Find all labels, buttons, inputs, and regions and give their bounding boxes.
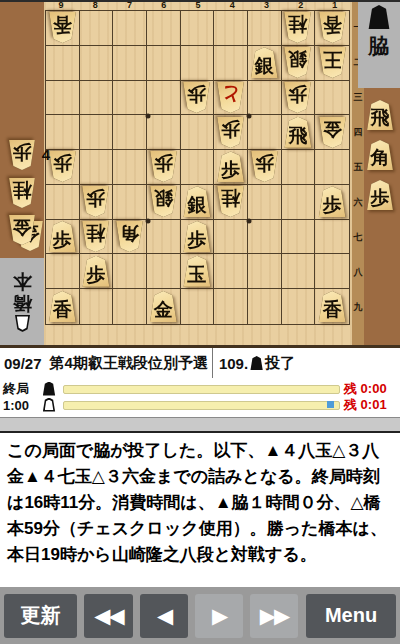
- first-move-button-label: ◀◀: [94, 604, 122, 628]
- prev-move-button[interactable]: ◀: [140, 594, 188, 638]
- square-4g[interactable]: [214, 220, 248, 255]
- square-9g[interactable]: 歩: [46, 220, 80, 255]
- square-8g[interactable]: 桂: [80, 220, 114, 255]
- gote-name-char1: 橋: [13, 293, 32, 313]
- square-3c[interactable]: [248, 81, 282, 116]
- square-8d[interactable]: [80, 115, 114, 150]
- square-6b[interactable]: [147, 46, 181, 81]
- square-6d[interactable]: [147, 115, 181, 150]
- square-8h[interactable]: 歩: [80, 254, 114, 289]
- sente-name: 脇: [369, 32, 390, 60]
- sente-komadai: 脇 飛角歩: [364, 0, 400, 345]
- square-3f[interactable]: [248, 185, 282, 220]
- square-9f[interactable]: [46, 185, 80, 220]
- gote-nameplate: 橋 本: [0, 258, 44, 345]
- sente-piece-飛[interactable]: 飛: [283, 117, 312, 148]
- sente-piece-歩[interactable]: 歩: [318, 186, 347, 217]
- sente-piece-歩[interactable]: 歩: [366, 180, 394, 210]
- square-5a[interactable]: [181, 11, 215, 46]
- star-point: [247, 114, 252, 119]
- square-6f[interactable]: 銀: [147, 185, 181, 220]
- square-2h[interactable]: [282, 254, 316, 289]
- sente-time-bar: [63, 385, 340, 394]
- square-1d[interactable]: 金: [315, 115, 349, 150]
- sente-hand-歩[interactable]: 歩: [366, 180, 396, 212]
- square-5e[interactable]: [181, 150, 215, 185]
- sente-piece-飛[interactable]: 飛: [366, 100, 394, 130]
- hand-count: 4: [42, 146, 50, 163]
- square-4a[interactable]: [214, 11, 248, 46]
- last-move-text: 投了: [265, 354, 295, 373]
- square-8a[interactable]: [80, 11, 114, 46]
- gote-piece-と[interactable]: と: [216, 82, 245, 113]
- square-7h[interactable]: [113, 254, 147, 289]
- sente-nameplate: 脇: [358, 0, 400, 88]
- square-6e[interactable]: 歩: [147, 150, 181, 185]
- square-4b[interactable]: [214, 46, 248, 81]
- square-1b[interactable]: 王: [315, 46, 349, 81]
- square-7f[interactable]: [113, 185, 147, 220]
- square-5i[interactable]: [181, 289, 215, 324]
- sente-move-icon: [250, 356, 263, 370]
- square-1c[interactable]: [315, 81, 349, 116]
- sente-piece-香[interactable]: 香: [318, 291, 347, 322]
- last-move-button-label: ▶▶: [260, 604, 288, 628]
- sente-piece-歩[interactable]: 歩: [48, 221, 77, 252]
- square-9d[interactable]: [46, 115, 80, 150]
- header-divider: [212, 348, 213, 378]
- gote-komadai: 歩4桂金金 橋 本: [0, 0, 44, 345]
- game-header: 09/27 第4期叡王戦段位別予選 109. 投了: [0, 345, 400, 378]
- first-move-button[interactable]: ◀◀: [84, 594, 133, 638]
- square-4i[interactable]: [214, 289, 248, 324]
- shogi-board: 987654321 香桂香銀銀王歩と歩歩飛金歩歩歩歩歩銀銀桂歩歩桂角歩歩玉香金香: [44, 0, 352, 345]
- square-7g[interactable]: 角: [113, 220, 147, 255]
- sente-piece-銀[interactable]: 銀: [250, 47, 279, 78]
- square-2g[interactable]: [282, 220, 316, 255]
- file-coordinates: 987654321: [44, 0, 352, 10]
- sente-hand-飛[interactable]: 飛: [366, 100, 396, 132]
- square-1h[interactable]: [315, 254, 349, 289]
- square-6i[interactable]: 金: [147, 289, 181, 324]
- next-move-button-label: ▶: [212, 604, 226, 628]
- sente-clock-row: 終局 残 0:00: [0, 381, 400, 397]
- square-5d[interactable]: [181, 115, 215, 150]
- board-grid: 香桂香銀銀王歩と歩歩飛金歩歩歩歩歩銀銀桂歩歩桂角歩歩玉香金香: [45, 10, 350, 325]
- file-label-2: 2: [284, 0, 318, 10]
- square-2i[interactable]: [282, 289, 316, 324]
- rank-label-9: 九: [352, 290, 364, 325]
- file-label-6: 6: [147, 0, 181, 10]
- sente-piece-玉[interactable]: 玉: [182, 256, 211, 287]
- gote-name-char2: 本: [13, 271, 32, 291]
- gote-piece-歩[interactable]: 歩: [81, 186, 110, 217]
- sente-clock-icon: [39, 382, 59, 397]
- sente-piece-香[interactable]: 香: [48, 291, 77, 322]
- square-9i[interactable]: 香: [46, 289, 80, 324]
- gote-clock-row: 1:00 残 0:01: [0, 397, 400, 413]
- gote-piece-角[interactable]: 角: [115, 221, 144, 252]
- square-9c[interactable]: [46, 81, 80, 116]
- square-2c[interactable]: 歩: [282, 81, 316, 116]
- shogi-app: 歩4桂金金 橋 本 987654321 香桂香銀銀王歩と歩歩飛金歩歩歩歩歩銀銀桂…: [0, 0, 400, 644]
- rank-label-6: 六: [352, 185, 364, 220]
- gote-piece-銀[interactable]: 銀: [283, 47, 312, 78]
- event-title: 第4期叡王戦段位別予選: [50, 354, 208, 373]
- square-9e[interactable]: 歩: [46, 150, 80, 185]
- square-1i[interactable]: 香: [315, 289, 349, 324]
- square-3h[interactable]: [248, 254, 282, 289]
- square-5f[interactable]: 銀: [181, 185, 215, 220]
- square-8i[interactable]: [80, 289, 114, 324]
- square-9a[interactable]: 香: [46, 11, 80, 46]
- square-3g[interactable]: [248, 220, 282, 255]
- gote-piece-icon: [14, 315, 30, 332]
- rank-label-4: 四: [352, 115, 364, 150]
- sente-piece-歩[interactable]: 歩: [216, 151, 245, 182]
- square-6g[interactable]: [147, 220, 181, 255]
- file-label-1: 1: [318, 0, 352, 10]
- move-number: 109.: [219, 355, 248, 372]
- square-3d[interactable]: [248, 115, 282, 150]
- rank-label-5: 五: [352, 150, 364, 185]
- sente-piece-角[interactable]: 角: [366, 140, 394, 170]
- square-5g[interactable]: 歩: [181, 220, 215, 255]
- rank-label-8: 八: [352, 255, 364, 290]
- square-4c[interactable]: と: [214, 81, 248, 116]
- gote-piece-香[interactable]: 香: [48, 12, 77, 43]
- square-1g[interactable]: [315, 220, 349, 255]
- square-4h[interactable]: [214, 254, 248, 289]
- last-move-button[interactable]: ▶▶: [250, 594, 298, 638]
- square-8f[interactable]: 歩: [80, 185, 114, 220]
- square-2f[interactable]: [282, 185, 316, 220]
- next-move-button[interactable]: ▶: [195, 594, 243, 638]
- gote-piece-桂[interactable]: 桂: [8, 178, 36, 208]
- square-9b[interactable]: [46, 46, 80, 81]
- square-7b[interactable]: [113, 46, 147, 81]
- prev-move-button-label: ◀: [157, 604, 171, 628]
- sente-clock-label: 終局: [0, 380, 39, 398]
- square-8c[interactable]: [80, 81, 114, 116]
- clock-panel: 終局 残 0:00 1:00 残 0:01: [0, 378, 400, 418]
- sente-hand-角[interactable]: 角: [366, 140, 396, 172]
- gote-piece-歩[interactable]: 歩: [48, 151, 77, 182]
- gote-piece-桂[interactable]: 桂: [81, 221, 110, 252]
- square-2b[interactable]: 銀: [282, 46, 316, 81]
- refresh-button-label: 更新: [21, 602, 61, 629]
- gote-piece-桂[interactable]: 桂: [283, 12, 312, 43]
- gote-piece-王[interactable]: 王: [318, 47, 347, 78]
- sente-piece-銀[interactable]: 銀: [182, 186, 211, 217]
- separator-band: [0, 418, 400, 431]
- square-2d[interactable]: 飛: [282, 115, 316, 150]
- square-4e[interactable]: 歩: [214, 150, 248, 185]
- navigation-toolbar: 更新◀◀◀▶▶▶Menu: [0, 587, 400, 644]
- gote-piece-歩[interactable]: 歩: [8, 140, 36, 170]
- gote-piece-桂[interactable]: 桂: [216, 186, 245, 217]
- commentary-panel[interactable]: この局面で脇が投了した。以下、▲４八玉△３八金▲４七玉△３六金までの詰みとなる。…: [0, 431, 400, 587]
- square-6c[interactable]: [147, 81, 181, 116]
- gote-piece-金[interactable]: 金: [8, 215, 36, 245]
- square-1f[interactable]: 歩: [315, 185, 349, 220]
- gote-clock-icon: [39, 398, 59, 413]
- file-label-9: 9: [44, 0, 78, 10]
- file-label-5: 5: [181, 0, 215, 10]
- game-date: 09/27: [0, 355, 50, 372]
- square-3e[interactable]: 歩: [248, 150, 282, 185]
- gote-piece-歩[interactable]: 歩: [250, 151, 279, 182]
- file-label-4: 4: [215, 0, 249, 10]
- square-8e[interactable]: [80, 150, 114, 185]
- refresh-button[interactable]: 更新: [4, 594, 77, 638]
- square-2a[interactable]: 桂: [282, 11, 316, 46]
- gote-piece-歩[interactable]: 歩: [149, 151, 178, 182]
- sente-piece-icon: [368, 5, 390, 29]
- file-label-7: 7: [112, 0, 146, 10]
- gote-piece-歩[interactable]: 歩: [283, 82, 312, 113]
- menu-button[interactable]: Menu: [306, 594, 396, 638]
- gote-piece-香[interactable]: 香: [318, 12, 347, 43]
- file-label-8: 8: [78, 0, 112, 10]
- gote-time-marker: [327, 401, 334, 408]
- gote-remaining: 残 0:01: [344, 396, 400, 414]
- square-3b[interactable]: 銀: [248, 46, 282, 81]
- square-5c[interactable]: 歩: [181, 81, 215, 116]
- square-7e[interactable]: [113, 150, 147, 185]
- square-1e[interactable]: [315, 150, 349, 185]
- square-6a[interactable]: [147, 11, 181, 46]
- square-7i[interactable]: [113, 289, 147, 324]
- star-point: [146, 219, 151, 224]
- last-move-display: 109. 投了: [219, 354, 295, 373]
- sente-piece-歩[interactable]: 歩: [81, 256, 110, 287]
- file-label-3: 3: [249, 0, 283, 10]
- square-7c[interactable]: [113, 81, 147, 116]
- gote-hand-歩[interactable]: 歩4: [8, 140, 38, 172]
- star-point: [247, 219, 252, 224]
- gote-name: 橋 本: [13, 271, 32, 332]
- square-3a[interactable]: [248, 11, 282, 46]
- square-9h[interactable]: [46, 254, 80, 289]
- commentary-text: この局面で脇が投了した。以下、▲４八玉△３八金▲４七玉△３六金までの詰みとなる。…: [7, 438, 393, 568]
- square-4f[interactable]: 桂: [214, 185, 248, 220]
- gote-piece-金[interactable]: 金: [318, 117, 347, 148]
- board-area: 歩4桂金金 橋 本 987654321 香桂香銀銀王歩と歩歩飛金歩歩歩歩歩銀銀桂…: [0, 0, 400, 345]
- square-6h[interactable]: [147, 254, 181, 289]
- square-5h[interactable]: 玉: [181, 254, 215, 289]
- gote-clock-label: 1:00: [0, 398, 39, 413]
- square-8b[interactable]: [80, 46, 114, 81]
- square-4d[interactable]: 歩: [214, 115, 248, 150]
- square-2e[interactable]: [282, 150, 316, 185]
- square-7d[interactable]: [113, 115, 147, 150]
- rank-label-7: 七: [352, 220, 364, 255]
- star-point: [146, 114, 151, 119]
- gote-piece-歩[interactable]: 歩: [182, 82, 211, 113]
- sente-piece-歩[interactable]: 歩: [182, 221, 211, 252]
- sente-piece-金[interactable]: 金: [149, 291, 178, 322]
- square-3i[interactable]: [248, 289, 282, 324]
- square-5b[interactable]: [181, 46, 215, 81]
- gote-piece-歩[interactable]: 歩: [216, 117, 245, 148]
- gote-piece-銀[interactable]: 銀: [149, 186, 178, 217]
- square-1a[interactable]: 香: [315, 11, 349, 46]
- gote-time-bar: [63, 401, 340, 410]
- square-7a[interactable]: [113, 11, 147, 46]
- gote-hand-桂[interactable]: 桂: [8, 178, 38, 210]
- menu-button-label: Menu: [325, 604, 377, 627]
- gote-hand-金[interactable]: 金金: [8, 215, 38, 247]
